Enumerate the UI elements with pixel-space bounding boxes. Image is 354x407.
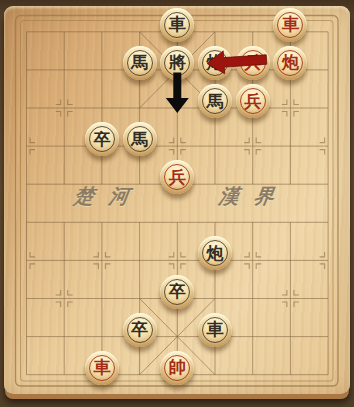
piece-glyph: 兵 [244, 54, 261, 71]
piece-black-soldier[interactable]: 卒 [160, 275, 194, 309]
piece-black-horse[interactable]: 馬 [123, 122, 157, 156]
piece-black-horse[interactable]: 馬 [123, 46, 157, 80]
piece-black-chariot[interactable]: 車 [160, 8, 194, 42]
piece-red-soldier[interactable]: 兵 [236, 46, 270, 80]
piece-glyph: 車 [93, 359, 110, 376]
piece-glyph: 卒 [93, 131, 110, 148]
piece-glyph: 車 [169, 16, 186, 33]
piece-glyph: 將 [169, 54, 186, 71]
piece-glyph: 炮 [207, 54, 224, 71]
piece-glyph: 車 [282, 16, 299, 33]
piece-red-general[interactable]: 帥 [160, 351, 194, 385]
piece-glyph: 卒 [169, 283, 186, 300]
piece-glyph: 馬 [131, 131, 148, 148]
piece-glyph: 帥 [169, 359, 186, 376]
piece-black-soldier[interactable]: 卒 [123, 313, 157, 347]
river-label-han-jie: 漢界 [217, 183, 291, 210]
piece-glyph: 兵 [244, 93, 261, 110]
piece-glyph: 兵 [169, 169, 186, 186]
piece-glyph: 馬 [207, 93, 224, 110]
piece-red-chariot[interactable]: 車 [85, 351, 119, 385]
piece-glyph: 馬 [131, 54, 148, 71]
river-label-chu-he: 楚河 [72, 183, 146, 210]
piece-red-chariot[interactable]: 車 [273, 8, 307, 42]
piece-black-horse[interactable]: 馬 [198, 84, 232, 118]
piece-black-general[interactable]: 將 [160, 46, 194, 80]
piece-black-soldier[interactable]: 卒 [85, 122, 119, 156]
piece-glyph: 炮 [282, 54, 299, 71]
piece-glyph: 卒 [131, 321, 148, 338]
piece-glyph: 炮 [207, 245, 224, 262]
app-background: 楚河 漢界 車車馬將炮兵炮馬兵卒馬兵炮卒卒車車帥 [0, 0, 354, 407]
piece-red-soldier[interactable]: 兵 [236, 84, 270, 118]
piece-glyph: 車 [207, 321, 224, 338]
piece-black-chariot[interactable]: 車 [198, 313, 232, 347]
piece-black-cannon[interactable]: 炮 [198, 46, 232, 80]
